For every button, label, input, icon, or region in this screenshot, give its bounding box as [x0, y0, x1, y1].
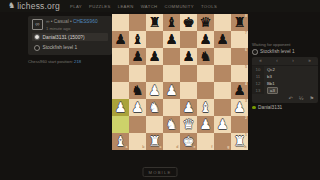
- square-c2[interactable]: [146, 116, 163, 133]
- white-move[interactable]: b3: [264, 73, 302, 80]
- square-d4[interactable]: ♟: [163, 82, 180, 99]
- rank-coordinate: 1: [245, 134, 247, 138]
- white-move[interactable]: Qc2: [264, 66, 302, 73]
- file-coordinate: g: [227, 146, 229, 150]
- bottom-player-row[interactable]: Danial3131: [252, 105, 318, 110]
- square-a2[interactable]: [112, 116, 129, 133]
- square-g4[interactable]: [214, 82, 231, 99]
- game-created-time: 1 minute ago: [46, 26, 98, 31]
- black-knight[interactable]: ♞: [129, 82, 146, 99]
- nav-community[interactable]: COMMUNITY: [165, 4, 194, 9]
- square-g1[interactable]: g: [214, 133, 231, 150]
- square-f3[interactable]: ♝: [197, 99, 214, 116]
- nav-watch[interactable]: WATCH: [141, 4, 158, 9]
- nav-tools[interactable]: TOOLS: [201, 4, 217, 9]
- mobile-link[interactable]: MOBILE: [142, 167, 177, 177]
- file-coordinate: f: [211, 146, 212, 150]
- file-coordinate: d: [176, 146, 178, 150]
- takeback-icon[interactable]: ↶: [288, 96, 292, 101]
- top-player-name: Stockfish level 1: [260, 49, 295, 54]
- black-rook[interactable]: ♜: [146, 14, 163, 31]
- white-bishop[interactable]: ♝: [197, 99, 214, 116]
- square-e2[interactable]: ♛: [180, 116, 197, 133]
- square-h7[interactable]: 7: [231, 31, 248, 48]
- lichess-horse-icon: ♞: [8, 2, 15, 10]
- resign-icon[interactable]: ⚑: [310, 96, 314, 101]
- white-player-row[interactable]: Danial3131 (1500?): [32, 33, 108, 41]
- black-pawn[interactable]: ♟: [129, 48, 146, 65]
- square-g8[interactable]: [214, 14, 231, 31]
- square-b2[interactable]: [129, 116, 146, 133]
- game-action-buttons: ↶½⚑: [252, 94, 318, 104]
- square-g5[interactable]: [214, 65, 231, 82]
- move-row: 12Bb1: [252, 80, 318, 87]
- square-g3[interactable]: [214, 99, 231, 116]
- square-h5[interactable]: 5: [231, 65, 248, 82]
- white-pawn[interactable]: ♟: [112, 99, 129, 116]
- online-indicator-icon: [252, 106, 256, 110]
- black-knight[interactable]: ♞: [197, 48, 214, 65]
- square-h1[interactable]: ♜1h: [231, 133, 248, 150]
- square-c8[interactable]: ♜: [146, 14, 163, 31]
- square-b5[interactable]: [129, 65, 146, 82]
- square-f6[interactable]: ♞: [197, 48, 214, 65]
- lichess-logo[interactable]: ♞ lichess.org: [8, 1, 60, 11]
- game-status: Waiting for opponent: [252, 42, 318, 47]
- square-b7[interactable]: ♝: [129, 31, 146, 48]
- square-e1[interactable]: ♚e: [180, 133, 197, 150]
- nav-play[interactable]: PLAY: [70, 4, 82, 9]
- current-move[interactable]: a3: [267, 87, 278, 94]
- square-e5[interactable]: [180, 65, 197, 82]
- square-d1[interactable]: d: [163, 133, 180, 150]
- black-pawn[interactable]: ♟: [197, 31, 214, 48]
- square-c5[interactable]: [146, 65, 163, 82]
- black-player-name: Stockfish level 1: [43, 45, 78, 50]
- square-b6[interactable]: ♟: [129, 48, 146, 65]
- game-setup-row: ∞ ∞ • Casual • CHESS960 1 minute ago: [32, 19, 108, 31]
- move-number: 12: [252, 80, 264, 87]
- square-b8[interactable]: [129, 14, 146, 31]
- square-g6[interactable]: [214, 48, 231, 65]
- white-move[interactable]: a3: [264, 87, 302, 94]
- square-a7[interactable]: ♟: [112, 31, 129, 48]
- rank-coordinate: 6: [245, 49, 247, 53]
- square-e6[interactable]: ♟: [180, 48, 197, 65]
- square-f5[interactable]: [197, 65, 214, 82]
- game-setup-line: ∞ • Casual • CHESS960: [46, 19, 98, 24]
- lichess-page: ♞ lichess.org PLAYPUZZLESLEARNWATCHCOMMU…: [0, 0, 320, 180]
- white-knight[interactable]: ♞: [163, 116, 180, 133]
- main-nav: PLAYPUZZLESLEARNWATCHCOMMUNITYTOOLS: [70, 4, 217, 9]
- white-pawn[interactable]: ♟: [163, 82, 180, 99]
- white-pawn[interactable]: ♟: [197, 116, 214, 133]
- square-h2[interactable]: 2: [231, 116, 248, 133]
- rank-coordinate: 4: [245, 83, 247, 87]
- move-number: 11: [252, 73, 264, 80]
- square-c3[interactable]: ♞: [146, 99, 163, 116]
- square-d8[interactable]: ♝: [163, 14, 180, 31]
- file-coordinate: b: [142, 146, 144, 150]
- square-d2[interactable]: ♞: [163, 116, 180, 133]
- variant-link[interactable]: CHESS960: [73, 19, 98, 24]
- rank-coordinate: 3: [245, 100, 247, 104]
- white-move[interactable]: Bb1: [264, 80, 302, 87]
- square-a1[interactable]: ♝a: [112, 133, 129, 150]
- square-b3[interactable]: ♟: [129, 99, 146, 116]
- black-pawn[interactable]: ♟: [146, 48, 163, 65]
- white-knight[interactable]: ♞: [146, 99, 163, 116]
- square-e8[interactable]: ♚: [180, 14, 197, 31]
- start-position-label: Chess960 start position:: [28, 59, 74, 64]
- infinite-time-icon: ∞: [32, 19, 43, 30]
- first-move-icon[interactable]: «: [259, 58, 262, 63]
- square-c4[interactable]: ♟: [146, 82, 163, 99]
- white-player-name: Danial3131 (1500?): [43, 35, 85, 40]
- black-pawn[interactable]: ♟: [163, 31, 180, 48]
- nav-puzzles[interactable]: PUZZLES: [89, 4, 111, 9]
- black-king[interactable]: ♚: [180, 14, 197, 31]
- black-bishop[interactable]: ♝: [163, 14, 180, 31]
- square-c7[interactable]: [146, 31, 163, 48]
- prev-move-icon[interactable]: ‹: [276, 58, 278, 63]
- rank-coordinate: 5: [245, 66, 247, 70]
- square-d3[interactable]: [163, 99, 180, 116]
- file-coordinate: a: [126, 146, 128, 150]
- rank-coordinate: 8: [245, 15, 247, 19]
- white-queen[interactable]: ♛: [180, 116, 197, 133]
- square-c6[interactable]: ♟: [146, 48, 163, 65]
- black-pawn[interactable]: ♟: [112, 31, 129, 48]
- square-f4[interactable]: [197, 82, 214, 99]
- square-e7[interactable]: [180, 31, 197, 48]
- black-pawn[interactable]: ♟: [214, 31, 231, 48]
- game-meta-panel: ∞ ∞ • Casual • CHESS960 1 minute ago Dan…: [28, 16, 112, 64]
- white-pawn[interactable]: ♟: [214, 116, 231, 133]
- file-coordinate: c: [160, 146, 162, 150]
- square-a4[interactable]: [112, 82, 129, 99]
- move-nav-controls: «‹›»: [252, 57, 318, 66]
- move-row: 10Qc2: [252, 66, 318, 73]
- black-player-dot-icon: [252, 49, 258, 55]
- move-number: 13: [252, 87, 264, 94]
- square-f7[interactable]: ♟: [197, 31, 214, 48]
- square-h3[interactable]: ♟3: [231, 99, 248, 116]
- square-e3[interactable]: ♟: [180, 99, 197, 116]
- white-color-icon: [34, 34, 40, 40]
- square-h8[interactable]: ♜8: [231, 14, 248, 31]
- start-position-link[interactable]: 218: [74, 59, 81, 64]
- bottom-player-name: Danial3131: [258, 105, 282, 110]
- white-pawn[interactable]: ♟: [180, 99, 197, 116]
- offer-draw-icon[interactable]: ½: [299, 96, 304, 101]
- logo-text: lichess.org: [17, 1, 60, 11]
- black-bishop[interactable]: ♝: [129, 31, 146, 48]
- square-c1[interactable]: ♜c: [146, 133, 163, 150]
- top-nav: ♞ lichess.org PLAYPUZZLESLEARNWATCHCOMMU…: [0, 0, 320, 12]
- setup-text: ∞ • Casual •: [46, 19, 73, 24]
- rank-coordinate: 7: [245, 32, 247, 36]
- square-a8[interactable]: [112, 14, 129, 31]
- square-d7[interactable]: ♟: [163, 31, 180, 48]
- square-a3[interactable]: ♟: [112, 99, 129, 116]
- nav-learn[interactable]: LEARN: [118, 4, 134, 9]
- square-g7[interactable]: ♟: [214, 31, 231, 48]
- square-a6[interactable]: [112, 48, 129, 65]
- file-coordinate: h: [244, 146, 246, 150]
- chess-board[interactable]: ♜♝♚♛♜8♟♝♟♟♟7♟♟♟♞65♞♟♟♟4♟♟♞♟♝♟3♞♛♟♟2♝ab♜c…: [112, 14, 248, 150]
- square-b1[interactable]: b: [129, 133, 146, 150]
- square-f1[interactable]: f: [197, 133, 214, 150]
- white-pawn[interactable]: ♟: [129, 99, 146, 116]
- square-f8[interactable]: ♛: [197, 14, 214, 31]
- game-info-box: ∞ ∞ • Casual • CHESS960 1 minute ago Dan…: [28, 16, 112, 55]
- game-side-panel: Waiting for opponent Stockfish level 1 «…: [252, 42, 318, 112]
- black-queen[interactable]: ♛: [197, 14, 214, 31]
- move-row: 13a3: [252, 87, 318, 94]
- square-g2[interactable]: ♟: [214, 116, 231, 133]
- square-h4[interactable]: ♟4: [231, 82, 248, 99]
- square-a5[interactable]: [112, 65, 129, 82]
- start-position-line: Chess960 start position: 218: [28, 59, 112, 64]
- square-b4[interactable]: ♞: [129, 82, 146, 99]
- black-color-icon: [34, 45, 40, 51]
- square-d5[interactable]: [163, 65, 180, 82]
- square-d6[interactable]: [163, 48, 180, 65]
- black-pawn[interactable]: ♟: [180, 48, 197, 65]
- move-list: 10Qc211b312Bb113a3: [252, 66, 318, 94]
- square-e4[interactable]: [180, 82, 197, 99]
- file-coordinate: e: [194, 146, 196, 150]
- square-f2[interactable]: ♟: [197, 116, 214, 133]
- square-h6[interactable]: 6: [231, 48, 248, 65]
- move-row: 11b3: [252, 73, 318, 80]
- black-player-row[interactable]: Stockfish level 1: [32, 44, 108, 52]
- move-number: 10: [252, 66, 264, 73]
- white-pawn[interactable]: ♟: [146, 82, 163, 99]
- move-list-panel: «‹›» 10Qc211b312Bb113a3 ↶½⚑: [252, 57, 318, 104]
- next-move-icon[interactable]: ›: [292, 58, 294, 63]
- top-player-row[interactable]: Stockfish level 1: [252, 49, 318, 55]
- rank-coordinate: 2: [245, 117, 247, 121]
- last-move-icon[interactable]: »: [308, 58, 311, 63]
